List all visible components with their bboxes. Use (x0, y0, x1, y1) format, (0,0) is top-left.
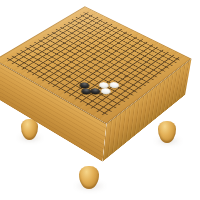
goban-photo-stage (0, 0, 200, 200)
goban-3d-scene (0, 0, 200, 200)
